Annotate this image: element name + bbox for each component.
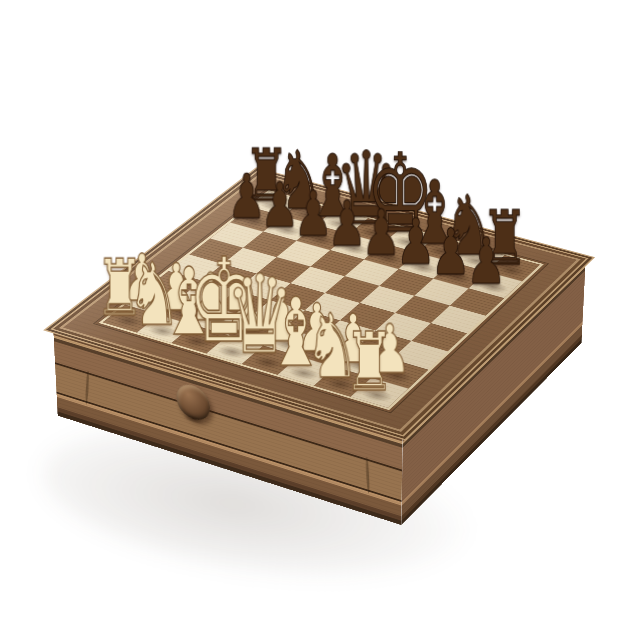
drawer-end-seam-right xyxy=(365,457,370,494)
chess-box: ♜♞♝♛♚♝♞♜♟♟♟♟♟♟♟♟♟♟♟♟♟♟♟♟♜♞♝♚♛♝♞♜ xyxy=(53,171,586,435)
scene: ♜♞♝♛♚♝♞♜♟♟♟♟♟♟♟♟♟♟♟♟♟♟♟♟♜♞♝♚♛♝♞♜ xyxy=(0,0,640,640)
black-pawn-h7[interactable]: ♟ xyxy=(466,229,506,293)
page: { "game": { "name": "chess", "set": "wal… xyxy=(0,0,640,640)
product-photo-chess-set: ♜♞♝♛♚♝♞♜♟♟♟♟♟♟♟♟♟♟♟♟♟♟♟♟♜♞♝♚♛♝♞♜ xyxy=(0,0,640,640)
white-rook-h1[interactable]: ♜ xyxy=(344,321,395,402)
drawer-end-seam-left xyxy=(85,370,89,405)
black-pawn-g7[interactable]: ♟ xyxy=(431,220,471,284)
drawer-knob[interactable] xyxy=(176,380,210,424)
black-pawn-f7[interactable]: ♟ xyxy=(396,211,436,274)
